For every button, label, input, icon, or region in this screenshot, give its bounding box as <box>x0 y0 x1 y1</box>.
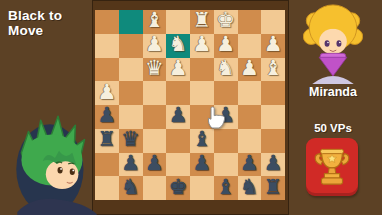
square-b6[interactable]: ♛ <box>119 129 143 153</box>
square-b1[interactable] <box>119 10 143 34</box>
black-pawn[interactable]: ♟ <box>97 105 116 126</box>
square-c5[interactable] <box>143 105 167 129</box>
square-e1[interactable]: ♜ <box>190 10 214 34</box>
white-bishop[interactable]: ♝ <box>145 10 164 31</box>
white-pawn[interactable]: ♟ <box>145 34 164 55</box>
app-screen: Black to Move ♝♜♚♟♞♟♟♟♛♟♞♟♝♟♟♟♟♜♛♝♟♟♟♟♟♞… <box>0 0 382 215</box>
trophy-icon <box>311 145 353 189</box>
white-pawn[interactable]: ♟ <box>97 82 116 103</box>
white-pawn[interactable]: ♟ <box>240 58 259 79</box>
square-h4[interactable] <box>261 81 285 105</box>
opponent-avatar <box>303 1 363 84</box>
square-h5[interactable] <box>261 105 285 129</box>
black-rook[interactable]: ♜ <box>264 177 283 198</box>
square-b5[interactable] <box>119 105 143 129</box>
square-c4[interactable] <box>143 81 167 105</box>
square-b2[interactable] <box>119 34 143 58</box>
white-pawn[interactable]: ♟ <box>169 58 188 79</box>
square-f3[interactable]: ♞ <box>214 58 238 82</box>
opponent-name: Miranda <box>300 85 366 99</box>
black-bishop[interactable]: ♝ <box>192 129 211 150</box>
square-h6[interactable] <box>261 129 285 153</box>
square-e2[interactable]: ♟ <box>190 34 214 58</box>
vp-count: 50 VPs <box>300 122 366 134</box>
square-e3[interactable] <box>190 58 214 82</box>
black-knight[interactable]: ♞ <box>240 177 259 198</box>
square-g6[interactable] <box>238 129 262 153</box>
square-f6[interactable] <box>214 129 238 153</box>
black-pawn[interactable]: ♟ <box>240 153 259 174</box>
square-f4[interactable] <box>214 81 238 105</box>
white-knight[interactable]: ♞ <box>216 58 235 79</box>
square-a1[interactable] <box>95 10 119 34</box>
square-h1[interactable] <box>261 10 285 34</box>
square-d4[interactable] <box>166 81 190 105</box>
black-bishop[interactable]: ♝ <box>216 177 235 198</box>
turn-indicator: Black to Move <box>8 8 92 38</box>
square-d5[interactable]: ♟ <box>166 105 190 129</box>
square-h2[interactable]: ♟ <box>261 34 285 58</box>
white-knight[interactable]: ♞ <box>169 34 188 55</box>
black-pawn[interactable]: ♟ <box>264 153 283 174</box>
square-e4[interactable] <box>190 81 214 105</box>
black-knight[interactable]: ♞ <box>121 177 140 198</box>
black-pawn[interactable]: ♟ <box>145 153 164 174</box>
square-a2[interactable] <box>95 34 119 58</box>
black-rook[interactable]: ♜ <box>97 129 116 150</box>
square-d7[interactable] <box>166 153 190 177</box>
square-h3[interactable]: ♝ <box>261 58 285 82</box>
square-b8[interactable]: ♞ <box>119 176 143 200</box>
square-c8[interactable] <box>143 176 167 200</box>
board-frame: ♝♜♚♟♞♟♟♟♛♟♞♟♝♟♟♟♟♜♛♝♟♟♟♟♟♞♚♝♞♜ <box>92 0 289 215</box>
white-rook[interactable]: ♜ <box>192 10 211 31</box>
square-e6[interactable]: ♝ <box>190 129 214 153</box>
square-a3[interactable] <box>95 58 119 82</box>
square-g1[interactable] <box>238 10 262 34</box>
trophy-card[interactable] <box>306 138 358 196</box>
square-c3[interactable]: ♛ <box>143 58 167 82</box>
square-e7[interactable]: ♟ <box>190 153 214 177</box>
square-c1[interactable]: ♝ <box>143 10 167 34</box>
black-pawn[interactable]: ♟ <box>192 153 211 174</box>
square-f2[interactable]: ♟ <box>214 34 238 58</box>
white-pawn[interactable]: ♟ <box>216 34 235 55</box>
square-d8[interactable]: ♚ <box>166 176 190 200</box>
square-b3[interactable] <box>119 58 143 82</box>
square-h8[interactable]: ♜ <box>261 176 285 200</box>
square-a4[interactable]: ♟ <box>95 81 119 105</box>
square-h7[interactable]: ♟ <box>261 153 285 177</box>
square-g7[interactable]: ♟ <box>238 153 262 177</box>
player-avatar <box>14 106 98 215</box>
square-f8[interactable]: ♝ <box>214 176 238 200</box>
white-queen[interactable]: ♛ <box>145 58 164 79</box>
square-f1[interactable]: ♚ <box>214 10 238 34</box>
square-g3[interactable]: ♟ <box>238 58 262 82</box>
black-queen[interactable]: ♛ <box>121 129 140 150</box>
square-d1[interactable] <box>166 10 190 34</box>
black-king[interactable]: ♚ <box>169 177 188 198</box>
square-d3[interactable]: ♟ <box>166 58 190 82</box>
white-king[interactable]: ♚ <box>216 10 235 31</box>
square-b4[interactable] <box>119 81 143 105</box>
square-e8[interactable] <box>190 176 214 200</box>
square-g8[interactable]: ♞ <box>238 176 262 200</box>
square-f7[interactable] <box>214 153 238 177</box>
white-pawn[interactable]: ♟ <box>264 34 283 55</box>
square-c6[interactable] <box>143 129 167 153</box>
square-c2[interactable]: ♟ <box>143 34 167 58</box>
black-pawn[interactable]: ♟ <box>121 153 140 174</box>
square-a5[interactable]: ♟ <box>95 105 119 129</box>
square-a6[interactable]: ♜ <box>95 129 119 153</box>
square-c7[interactable]: ♟ <box>143 153 167 177</box>
square-g2[interactable] <box>238 34 262 58</box>
square-a7[interactable] <box>95 153 119 177</box>
white-bishop[interactable]: ♝ <box>264 58 283 79</box>
square-d6[interactable] <box>166 129 190 153</box>
square-g4[interactable] <box>238 81 262 105</box>
chess-board[interactable]: ♝♜♚♟♞♟♟♟♛♟♞♟♝♟♟♟♟♜♛♝♟♟♟♟♟♞♚♝♞♜ <box>95 10 285 200</box>
black-pawn[interactable]: ♟ <box>169 105 188 126</box>
square-d2[interactable]: ♞ <box>166 34 190 58</box>
hand-cursor-icon <box>204 104 229 129</box>
square-a8[interactable] <box>95 176 119 200</box>
square-b7[interactable]: ♟ <box>119 153 143 177</box>
square-g5[interactable] <box>238 105 262 129</box>
white-pawn[interactable]: ♟ <box>192 34 211 55</box>
